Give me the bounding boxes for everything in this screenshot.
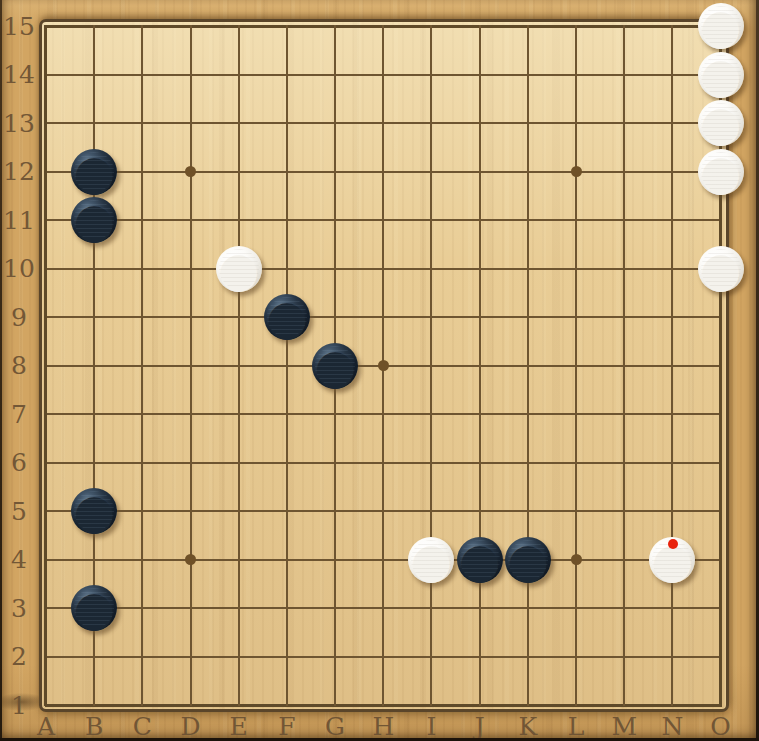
intersection-H6[interactable] [359,438,407,487]
intersection-B15[interactable] [70,2,118,51]
intersection-E3[interactable] [215,584,263,633]
black-stone-G8: ● [312,343,358,389]
column-label-C: C [118,711,166,741]
intersection-C3[interactable] [118,584,166,633]
grid-line-vertical [286,486,288,537]
intersection-N12[interactable] [648,147,696,196]
intersection-H4[interactable] [359,535,407,584]
row-label-11: 11 [0,196,38,245]
intersection-L3[interactable] [552,584,600,633]
grid-line-vertical [575,680,577,706]
intersection-M11[interactable] [600,196,648,245]
intersection-E4[interactable] [215,535,263,584]
intersection-L15[interactable] [552,2,600,51]
intersection-O5[interactable] [697,487,745,536]
intersection-J2[interactable] [456,632,504,681]
grid-line-vertical [141,49,143,100]
grid-line-vertical [527,292,529,343]
intersection-N8[interactable] [648,341,696,390]
intersection-B9[interactable] [70,293,118,342]
intersection-K13[interactable] [504,99,552,148]
intersection-D14[interactable] [166,50,214,99]
intersection-N7[interactable] [648,390,696,439]
intersection-I4[interactable]: ● [407,535,455,584]
intersection-J15[interactable] [456,2,504,51]
grid-line-vertical [575,389,577,440]
grid-line-vertical [575,195,577,246]
intersection-I9[interactable] [407,293,455,342]
row-label-12: 12 [0,147,38,196]
intersection-D4[interactable] [166,535,214,584]
black-stone-K4: ● [505,537,551,583]
intersection-B4[interactable] [70,535,118,584]
intersection-D13[interactable] [166,99,214,148]
stone-texture [701,152,741,192]
intersection-F11[interactable] [263,196,311,245]
intersection-O8[interactable] [697,341,745,390]
intersection-E13[interactable] [215,99,263,148]
intersection-I2[interactable] [407,632,455,681]
intersection-L6[interactable] [552,438,600,487]
intersection-C12[interactable] [118,147,166,196]
grid-line-vertical [623,534,625,585]
intersection-M14[interactable] [600,50,648,99]
intersection-H7[interactable] [359,390,407,439]
intersection-O6[interactable] [697,438,745,487]
column-label-J: J [456,711,504,741]
intersection-B13[interactable] [70,99,118,148]
intersection-M6[interactable] [600,438,648,487]
grid-line-horizontal [45,171,71,173]
grid-line-vertical [671,49,673,100]
grid-line-vertical [44,98,47,149]
intersection-N9[interactable] [648,293,696,342]
intersection-M15[interactable] [600,2,648,51]
intersection-J6[interactable] [456,438,504,487]
intersection-G11[interactable] [311,196,359,245]
grid-line-vertical [527,680,529,706]
intersection-L7[interactable] [552,390,600,439]
intersection-G3[interactable] [311,584,359,633]
grid-line-vertical [623,680,625,706]
grid-line-vertical [382,389,384,440]
stone-texture [74,588,114,628]
intersection-B8[interactable] [70,341,118,390]
intersection-F3[interactable] [263,584,311,633]
last-move-marker [668,539,678,549]
intersection-J13[interactable] [456,99,504,148]
intersection-G7[interactable] [311,390,359,439]
intersection-D7[interactable] [166,390,214,439]
grid-line-vertical [190,195,192,246]
intersection-K11[interactable] [504,196,552,245]
intersection-C9[interactable] [118,293,166,342]
grid-line-vertical [141,25,143,51]
grid-line-vertical [93,534,95,585]
grid-line-vertical [479,243,481,294]
intersection-H12[interactable] [359,147,407,196]
intersection-D10[interactable] [166,244,214,293]
grid-line-vertical [575,437,577,488]
grid-line-vertical [527,146,529,197]
grid-line-vertical [238,486,240,537]
intersection-H14[interactable] [359,50,407,99]
intersection-B5[interactable]: ● [70,487,118,536]
intersection-J4[interactable]: ● [456,535,504,584]
intersection-N10[interactable] [648,244,696,293]
grid-line-vertical [238,98,240,149]
intersection-L4[interactable] [552,535,600,584]
intersection-I8[interactable] [407,341,455,390]
intersection-M12[interactable] [600,147,648,196]
intersection-I7[interactable] [407,390,455,439]
grid-line-vertical [382,195,384,246]
intersection-F8[interactable] [263,341,311,390]
intersection-L8[interactable] [552,341,600,390]
intersection-O4[interactable] [697,535,745,584]
intersection-G2[interactable] [311,632,359,681]
grid-line-vertical [93,25,95,51]
grid-line-vertical [479,437,481,488]
black-stone-B11: ● [71,197,117,243]
intersection-K2[interactable] [504,632,552,681]
intersection-M13[interactable] [600,99,648,148]
intersection-L13[interactable] [552,99,600,148]
intersection-D3[interactable] [166,584,214,633]
intersection-C2[interactable] [118,632,166,681]
intersection-D2[interactable] [166,632,214,681]
grid-line-vertical [671,583,673,634]
grid-line-vertical [44,25,47,51]
intersection-E15[interactable] [215,2,263,51]
white-stone-O10: ● [698,246,744,292]
grid-line-vertical [479,292,481,343]
intersection-J9[interactable] [456,293,504,342]
grid-line-vertical [44,49,47,100]
intersection-E7[interactable] [215,390,263,439]
intersection-E5[interactable] [215,487,263,536]
intersection-N4[interactable]: ● [648,535,696,584]
intersection-O10[interactable]: ● [697,244,745,293]
intersection-B14[interactable] [70,50,118,99]
column-label-G: G [311,711,359,741]
intersection-I3[interactable] [407,584,455,633]
intersection-I13[interactable] [407,99,455,148]
intersection-D11[interactable] [166,196,214,245]
intersection-N15[interactable] [648,2,696,51]
intersection-L5[interactable] [552,487,600,536]
intersection-L11[interactable] [552,196,600,245]
intersection-G4[interactable] [311,535,359,584]
grid-line-vertical [382,49,384,100]
grid-line-vertical [479,631,481,682]
intersection-H11[interactable] [359,196,407,245]
column-label-B: B [70,711,118,741]
intersection-N11[interactable] [648,196,696,245]
intersection-D9[interactable] [166,293,214,342]
grid-line-horizontal [45,656,71,658]
intersection-C8[interactable] [118,341,166,390]
grid-line-vertical [141,534,143,585]
grid-line-vertical [479,680,481,706]
grid-line-vertical [238,195,240,246]
intersection-F13[interactable] [263,99,311,148]
intersection-B11[interactable]: ● [70,196,118,245]
intersection-L14[interactable] [552,50,600,99]
intersection-F4[interactable] [263,535,311,584]
intersection-G8[interactable]: ● [311,341,359,390]
column-label-O: O [697,711,745,741]
column-label-E: E [215,711,263,741]
intersection-I10[interactable] [407,244,455,293]
intersection-N14[interactable] [648,50,696,99]
intersection-O9[interactable] [697,293,745,342]
intersection-J11[interactable] [456,196,504,245]
intersection-I11[interactable] [407,196,455,245]
intersection-B6[interactable] [70,438,118,487]
stone-texture [267,297,307,337]
intersection-J5[interactable] [456,487,504,536]
grid-line-vertical [238,292,240,343]
intersection-E2[interactable] [215,632,263,681]
intersection-C6[interactable] [118,438,166,487]
intersection-M3[interactable] [600,584,648,633]
intersection-I6[interactable] [407,438,455,487]
intersection-I14[interactable] [407,50,455,99]
intersection-F14[interactable] [263,50,311,99]
intersection-K3[interactable] [504,584,552,633]
intersection-J8[interactable] [456,341,504,390]
intersection-H2[interactable] [359,632,407,681]
grid-line-vertical [238,340,240,391]
intersection-G12[interactable] [311,147,359,196]
intersection-C10[interactable] [118,244,166,293]
grid-line-vertical [286,437,288,488]
grid-line-vertical [430,583,432,634]
intersection-B2[interactable] [70,632,118,681]
intersection-L9[interactable] [552,293,600,342]
intersection-J3[interactable] [456,584,504,633]
grid-line-vertical [575,340,577,391]
intersection-C11[interactable] [118,196,166,245]
intersection-N5[interactable] [648,487,696,536]
intersection-M7[interactable] [600,390,648,439]
intersection-K4[interactable]: ● [504,535,552,584]
grid-line-vertical [93,49,95,100]
intersection-G9[interactable] [311,293,359,342]
row-label-10: 10 [0,244,38,293]
stone-texture [74,152,114,192]
intersection-J7[interactable] [456,390,504,439]
intersection-K5[interactable] [504,487,552,536]
intersection-K10[interactable] [504,244,552,293]
intersection-O2[interactable] [697,632,745,681]
intersection-H10[interactable] [359,244,407,293]
grid-line-vertical [238,389,240,440]
intersection-J14[interactable] [456,50,504,99]
intersection-F15[interactable] [263,2,311,51]
intersection-O12[interactable]: ● [697,147,745,196]
black-stone-J4: ● [457,537,503,583]
grid-line-vertical [479,195,481,246]
grid-line-vertical [575,583,577,634]
stone-texture [74,200,114,240]
grid-line-vertical [623,243,625,294]
intersection-G10[interactable] [311,244,359,293]
grid-line-vertical [190,437,192,488]
intersection-F12[interactable] [263,147,311,196]
intersection-H13[interactable] [359,99,407,148]
grid-line-vertical [623,195,625,246]
grid-line-vertical [44,534,47,585]
intersection-M10[interactable] [600,244,648,293]
intersection-B10[interactable] [70,244,118,293]
intersection-F10[interactable] [263,244,311,293]
intersection-K15[interactable] [504,2,552,51]
intersection-K12[interactable] [504,147,552,196]
intersection-K14[interactable] [504,50,552,99]
intersection-E12[interactable] [215,147,263,196]
row-labels: 151413121110987654321 [0,2,38,730]
grid-line-vertical [671,389,673,440]
intersection-N13[interactable] [648,99,696,148]
intersection-H15[interactable] [359,2,407,51]
intersection-C7[interactable] [118,390,166,439]
grid-line-vertical [141,437,143,488]
grid-line-vertical [334,98,336,149]
intersection-M4[interactable] [600,535,648,584]
intersection-H3[interactable] [359,584,407,633]
intersection-M8[interactable] [600,341,648,390]
intersection-O7[interactable] [697,390,745,439]
white-stone-N4: ● [649,537,695,583]
stone-texture [701,103,741,143]
row-label-3: 3 [0,584,38,633]
grid-line-vertical [719,340,722,391]
intersection-K7[interactable] [504,390,552,439]
intersection-I12[interactable] [407,147,455,196]
intersection-E10[interactable]: ● [215,244,263,293]
intersection-J10[interactable] [456,244,504,293]
intersection-K6[interactable] [504,438,552,487]
grid-line-vertical [238,631,240,682]
intersection-G15[interactable] [311,2,359,51]
grid-line-vertical [671,631,673,682]
grid-line-vertical [671,195,673,246]
black-stone-B3: ● [71,585,117,631]
grid-line-vertical [575,98,577,149]
intersection-M9[interactable] [600,293,648,342]
intersection-L12[interactable] [552,147,600,196]
intersection-D5[interactable] [166,487,214,536]
intersection-G13[interactable] [311,99,359,148]
intersection-N6[interactable] [648,438,696,487]
intersection-O15[interactable]: ● [697,2,745,51]
stone-texture [701,6,741,46]
intersection-L10[interactable] [552,244,600,293]
intersection-O13[interactable]: ● [697,99,745,148]
intersection-K8[interactable] [504,341,552,390]
intersection-C13[interactable] [118,99,166,148]
intersection-M5[interactable] [600,487,648,536]
grid-line-vertical [479,146,481,197]
intersection-H9[interactable] [359,293,407,342]
row-label-9: 9 [0,293,38,342]
intersection-D15[interactable] [166,2,214,51]
intersection-C5[interactable] [118,487,166,536]
grid-line-vertical [286,583,288,634]
grid-line-horizontal [45,219,71,221]
grid-line-horizontal [45,607,71,609]
intersection-G14[interactable] [311,50,359,99]
intersection-C15[interactable] [118,2,166,51]
intersection-H5[interactable] [359,487,407,536]
grid-line-vertical [93,98,95,149]
row-label-4: 4 [0,535,38,584]
intersection-B7[interactable] [70,390,118,439]
intersection-K9[interactable] [504,293,552,342]
intersection-F5[interactable] [263,487,311,536]
intersection-N2[interactable] [648,632,696,681]
intersection-L2[interactable] [552,632,600,681]
grid-line-vertical [44,243,47,294]
grid-line-horizontal [696,413,722,415]
intersection-I15[interactable] [407,2,455,51]
grid-line-vertical [719,534,722,585]
star-point-L12 [571,166,582,177]
grid-line-vertical [141,340,143,391]
intersection-D8[interactable] [166,341,214,390]
intersection-C14[interactable] [118,50,166,99]
grid-line-vertical [430,243,432,294]
grid-line-vertical [334,243,336,294]
grid-line-vertical [93,437,95,488]
intersection-C4[interactable] [118,535,166,584]
intersection-N3[interactable] [648,584,696,633]
intersection-O11[interactable] [697,196,745,245]
intersection-G6[interactable] [311,438,359,487]
intersection-E9[interactable] [215,293,263,342]
grid-line-vertical [479,389,481,440]
grid-line-vertical [479,340,481,391]
grid-line-vertical [190,292,192,343]
intersection-B12[interactable]: ● [70,147,118,196]
intersection-E8[interactable] [215,341,263,390]
intersection-D12[interactable] [166,147,214,196]
intersection-F9[interactable]: ● [263,293,311,342]
intersection-H8[interactable] [359,341,407,390]
intersection-M2[interactable] [600,632,648,681]
intersection-E14[interactable] [215,50,263,99]
grid-line-vertical [575,49,577,100]
intersection-J12[interactable] [456,147,504,196]
intersection-D6[interactable] [166,438,214,487]
intersection-F2[interactable] [263,632,311,681]
grid-line-vertical [44,631,47,682]
intersection-O14[interactable]: ● [697,50,745,99]
intersection-B3[interactable]: ● [70,584,118,633]
grid-line-vertical [141,292,143,343]
grid-line-vertical [719,292,722,343]
intersection-F6[interactable] [263,438,311,487]
intersection-E11[interactable] [215,196,263,245]
intersection-F7[interactable] [263,390,311,439]
intersection-G5[interactable] [311,487,359,536]
grid-line-vertical [190,631,192,682]
intersection-O3[interactable] [697,584,745,633]
intersection-I5[interactable] [407,487,455,536]
intersection-E6[interactable] [215,438,263,487]
